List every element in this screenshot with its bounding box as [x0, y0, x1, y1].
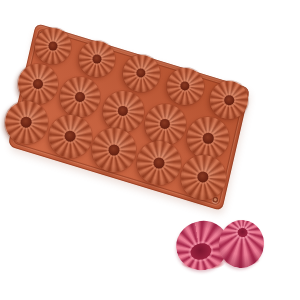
cavity-center-hole	[136, 68, 145, 77]
cavity-center-hole	[224, 95, 234, 105]
cavity-center-hole	[160, 119, 170, 129]
mold-cavity	[49, 115, 92, 158]
cavity-center-hole	[49, 42, 58, 51]
mold-cavity	[60, 77, 100, 117]
cake-center-hole	[189, 241, 213, 262]
cavity-center-hole	[65, 131, 76, 142]
mold-cavity	[79, 41, 115, 77]
mold-cavity	[123, 55, 160, 92]
mold-cavity	[35, 28, 71, 64]
cavity-center-hole	[33, 79, 43, 89]
mold-cavity	[5, 101, 48, 144]
mold-cavity	[92, 128, 136, 172]
cavity-center-hole	[203, 133, 214, 144]
mold-cavity	[187, 117, 229, 159]
cavity-center-hole	[118, 106, 128, 116]
cavity-center-hole	[180, 81, 189, 90]
cavity-center-hole	[93, 55, 102, 64]
mold-cavity	[210, 81, 248, 119]
mold-cavity	[18, 64, 58, 104]
mold-cavity	[103, 91, 144, 132]
cavity-center-hole	[154, 158, 165, 169]
mold-cavity	[167, 68, 204, 105]
product-photo	[0, 0, 300, 300]
cavity-center-hole	[109, 145, 120, 156]
cavity-center-hole	[197, 171, 208, 182]
mold-cavity	[181, 155, 226, 200]
mold-cavity	[145, 104, 186, 145]
cavity-center-hole	[21, 117, 32, 128]
cavity-center-hole	[75, 92, 85, 102]
cake-center-hole	[237, 227, 248, 237]
mold-cavity	[137, 141, 181, 185]
